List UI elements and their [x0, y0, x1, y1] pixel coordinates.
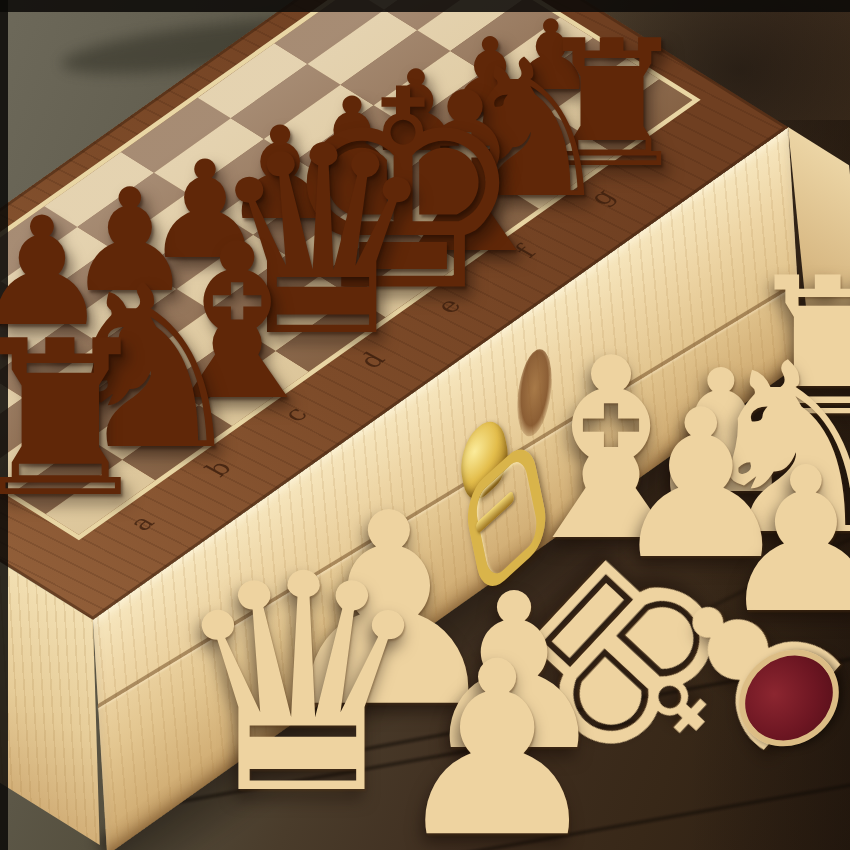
light-pawn-front[interactable]: ♟: [389, 630, 604, 850]
chess-set-photo: abcdefg ♜♞♝♛♚♝♞♜♟♟♟♟♟♟♟♟ ♜♞♟♝♟♟♟♟♛♟♚♟: [0, 0, 850, 850]
dark-rook-a1[interactable]: ♜: [0, 312, 156, 527]
photo-top-edge: [0, 0, 850, 12]
